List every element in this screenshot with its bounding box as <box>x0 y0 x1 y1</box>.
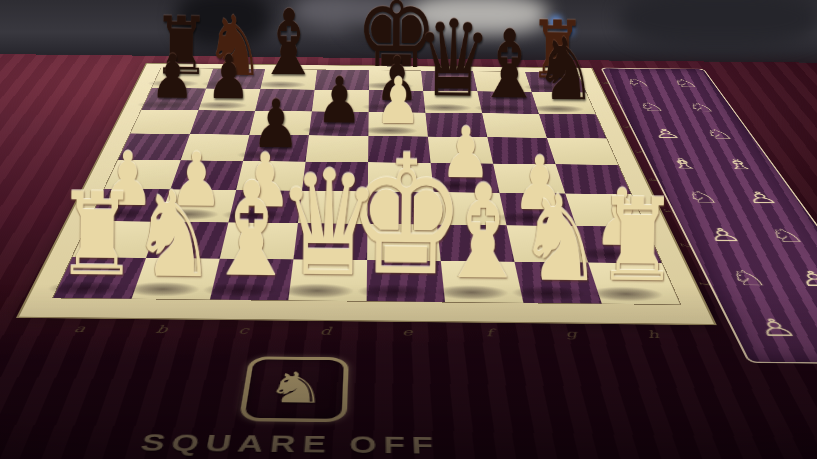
table-surface: ♙♘♘♙♙♘♗♗♘♙♙♘♘♙♙♙ ♜♞♝♚♜♟♟♟♛♝♞♟♟♟♟♟♟♟♟♟♜♞♝… <box>0 52 817 459</box>
background-blur-shape <box>620 0 817 48</box>
knight-glyph: ♞ <box>534 29 597 109</box>
brand-logo: ♞ SQUARE OFF <box>137 355 441 459</box>
file-label-a: a <box>36 322 123 335</box>
file-label-d: d <box>284 325 367 338</box>
file-label-h: h <box>610 328 697 341</box>
piece-white-queen-d1: ♛ <box>288 259 367 301</box>
knight-glyph: ♞ <box>131 179 218 290</box>
knight-logo-icon: ♞ <box>239 356 349 422</box>
square-b6 <box>190 110 255 134</box>
square-h6 <box>539 114 606 139</box>
file-label-b: b <box>119 323 204 336</box>
board-grid: ♜♞♝♚♜♟♟♟♛♝♞♟♟♟♟♟♟♟♟♟♜♞♝♛♚♝♞♜ <box>53 68 680 304</box>
square-g6 <box>482 113 547 138</box>
piece-black-queen-f7: ♛ <box>423 91 482 113</box>
captured-slot-icon-right-r2c1: ♘ <box>620 94 684 120</box>
perspective-wrapper: ♙♘♘♙♙♘♗♗♘♙♙♘♘♙♙♙ ♜♞♝♚♜♟♟♟♛♝♞♟♟♟♟♟♟♟♟♟♜♞♝… <box>0 58 817 459</box>
bishop-glyph: ♝ <box>256 1 322 85</box>
queen-glyph: ♛ <box>415 10 492 108</box>
file-label-e: e <box>366 326 449 339</box>
file-label-f: f <box>448 326 532 339</box>
pawn-glyph: ♟ <box>150 49 194 106</box>
board-frame: ♜♞♝♚♜♟♟♟♛♝♞♟♟♟♟♟♟♟♟♟♜♞♝♛♚♝♞♜ abcdefgh 12… <box>19 64 714 324</box>
pawn-glyph: ♟ <box>206 49 250 106</box>
file-label-c: c <box>201 324 285 337</box>
rook-glyph: ♜ <box>55 182 138 288</box>
knight-glyph: ♞ <box>263 367 328 410</box>
photo-scene: ♙♘♘♙♙♘♗♗♘♙♙♘♘♙♙♙ ♜♞♝♚♜♟♟♟♛♝♞♟♟♟♟♟♟♟♟♟♜♞♝… <box>0 0 817 459</box>
piece-white-knight-g1: ♞ <box>514 262 601 304</box>
knight-glyph: ♞ <box>517 183 604 294</box>
logo-text: SQUARE OFF <box>137 429 441 459</box>
rook-glyph: ♜ <box>596 188 679 294</box>
queen-glyph: ♛ <box>276 156 382 291</box>
square-a6 <box>130 110 198 134</box>
file-labels: abcdefgh <box>19 317 714 324</box>
file-label-g: g <box>529 327 614 340</box>
piece-black-knight-h7: ♞ <box>532 92 596 114</box>
captured-slot-icon-right-r1c1: ♘ <box>608 71 668 94</box>
